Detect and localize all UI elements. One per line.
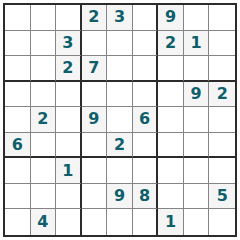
cell-r6c4[interactable]: [82, 133, 108, 159]
given-digit: 6: [139, 111, 150, 127]
cell-r5c8[interactable]: [184, 107, 210, 133]
cell-r6c9[interactable]: [209, 133, 235, 159]
given-digit: 9: [191, 86, 202, 102]
cell-r1c6[interactable]: [133, 5, 159, 31]
cell-r4c5[interactable]: [107, 82, 133, 108]
cell-r6c6[interactable]: [133, 133, 159, 159]
given-digit: 1: [165, 214, 176, 230]
cell-r9c3[interactable]: [56, 209, 82, 235]
given-digit: 8: [139, 188, 150, 204]
cell-r9c1[interactable]: [5, 209, 31, 235]
cell-r7c7[interactable]: [158, 158, 184, 184]
cell-r1c1[interactable]: [5, 5, 31, 31]
cell-r1c5[interactable]: 3: [107, 5, 133, 31]
given-digit: 6: [12, 137, 23, 153]
given-digit: 9: [165, 9, 176, 25]
given-digit: 2: [37, 111, 48, 127]
cell-r7c8[interactable]: [184, 158, 210, 184]
cell-r4c6[interactable]: [133, 82, 159, 108]
cell-r2c8[interactable]: 1: [184, 31, 210, 57]
cell-r3c5[interactable]: [107, 56, 133, 82]
cell-r1c8[interactable]: [184, 5, 210, 31]
cell-r3c3[interactable]: 2: [56, 56, 82, 82]
given-digit: 2: [165, 35, 176, 51]
cell-r7c4[interactable]: [82, 158, 108, 184]
cell-r5c7[interactable]: [158, 107, 184, 133]
cell-r3c4[interactable]: 7: [82, 56, 108, 82]
cell-r9c8[interactable]: [184, 209, 210, 235]
cell-r1c2[interactable]: [31, 5, 57, 31]
cell-r7c1[interactable]: [5, 158, 31, 184]
given-digit: 2: [88, 9, 99, 25]
cell-r8c3[interactable]: [56, 184, 82, 210]
cell-r7c9[interactable]: [209, 158, 235, 184]
given-digit: 2: [62, 60, 73, 76]
given-digit: 7: [88, 60, 99, 76]
cell-r3c1[interactable]: [5, 56, 31, 82]
given-digit: 2: [217, 86, 228, 102]
cell-r2c6[interactable]: [133, 31, 159, 57]
cell-r1c3[interactable]: [56, 5, 82, 31]
cell-r5c9[interactable]: [209, 107, 235, 133]
given-digit: 5: [217, 188, 228, 204]
cell-r1c4[interactable]: 2: [82, 5, 108, 31]
cell-r4c1[interactable]: [5, 82, 31, 108]
cell-r6c3[interactable]: [56, 133, 82, 159]
cell-r9c4[interactable]: [82, 209, 108, 235]
cell-r3c6[interactable]: [133, 56, 159, 82]
cell-r3c8[interactable]: [184, 56, 210, 82]
cell-r7c5[interactable]: [107, 158, 133, 184]
cell-r2c3[interactable]: 3: [56, 31, 82, 57]
cell-r8c5[interactable]: 9: [107, 184, 133, 210]
cell-r6c2[interactable]: [31, 133, 57, 159]
cell-r6c8[interactable]: [184, 133, 210, 159]
cell-r6c7[interactable]: [158, 133, 184, 159]
cell-r9c2[interactable]: 4: [31, 209, 57, 235]
given-digit: 1: [191, 35, 202, 51]
cell-r8c8[interactable]: [184, 184, 210, 210]
cell-r7c3[interactable]: 1: [56, 158, 82, 184]
cell-r5c1[interactable]: [5, 107, 31, 133]
cell-r6c1[interactable]: 6: [5, 133, 31, 159]
sudoku-board: 239321279229662198541: [3, 3, 237, 237]
cell-r5c6[interactable]: 6: [133, 107, 159, 133]
given-digit: 3: [62, 35, 73, 51]
cell-r8c4[interactable]: [82, 184, 108, 210]
cell-r8c6[interactable]: 8: [133, 184, 159, 210]
cell-r9c9[interactable]: [209, 209, 235, 235]
cell-r8c1[interactable]: [5, 184, 31, 210]
cell-r8c2[interactable]: [31, 184, 57, 210]
cell-r2c7[interactable]: 2: [158, 31, 184, 57]
cell-r1c7[interactable]: 9: [158, 5, 184, 31]
cell-r9c5[interactable]: [107, 209, 133, 235]
cell-r7c2[interactable]: [31, 158, 57, 184]
cell-r4c8[interactable]: 9: [184, 82, 210, 108]
cell-r4c3[interactable]: [56, 82, 82, 108]
cell-r9c6[interactable]: [133, 209, 159, 235]
cell-r2c4[interactable]: [82, 31, 108, 57]
cell-r2c1[interactable]: [5, 31, 31, 57]
cell-r3c9[interactable]: [209, 56, 235, 82]
cell-r8c9[interactable]: 5: [209, 184, 235, 210]
given-digit: 4: [37, 214, 48, 230]
cell-r1c9[interactable]: [209, 5, 235, 31]
given-digit: 2: [114, 137, 125, 153]
cell-r6c5[interactable]: 2: [107, 133, 133, 159]
cell-r2c2[interactable]: [31, 31, 57, 57]
given-digit: 1: [62, 163, 73, 179]
cell-r4c4[interactable]: [82, 82, 108, 108]
cell-r5c4[interactable]: 9: [82, 107, 108, 133]
cell-r9c7[interactable]: 1: [158, 209, 184, 235]
given-digit: 3: [114, 9, 125, 25]
cell-r3c2[interactable]: [31, 56, 57, 82]
cell-r2c9[interactable]: [209, 31, 235, 57]
cell-r5c5[interactable]: [107, 107, 133, 133]
cell-r5c2[interactable]: 2: [31, 107, 57, 133]
cell-r2c5[interactable]: [107, 31, 133, 57]
given-digit: 9: [114, 188, 125, 204]
cell-r7c6[interactable]: [133, 158, 159, 184]
cell-r4c7[interactable]: [158, 82, 184, 108]
cell-r5c3[interactable]: [56, 107, 82, 133]
cell-r8c7[interactable]: [158, 184, 184, 210]
cell-r4c9[interactable]: 2: [209, 82, 235, 108]
cell-r3c7[interactable]: [158, 56, 184, 82]
cell-r4c2[interactable]: [31, 82, 57, 108]
given-digit: 9: [88, 111, 99, 127]
